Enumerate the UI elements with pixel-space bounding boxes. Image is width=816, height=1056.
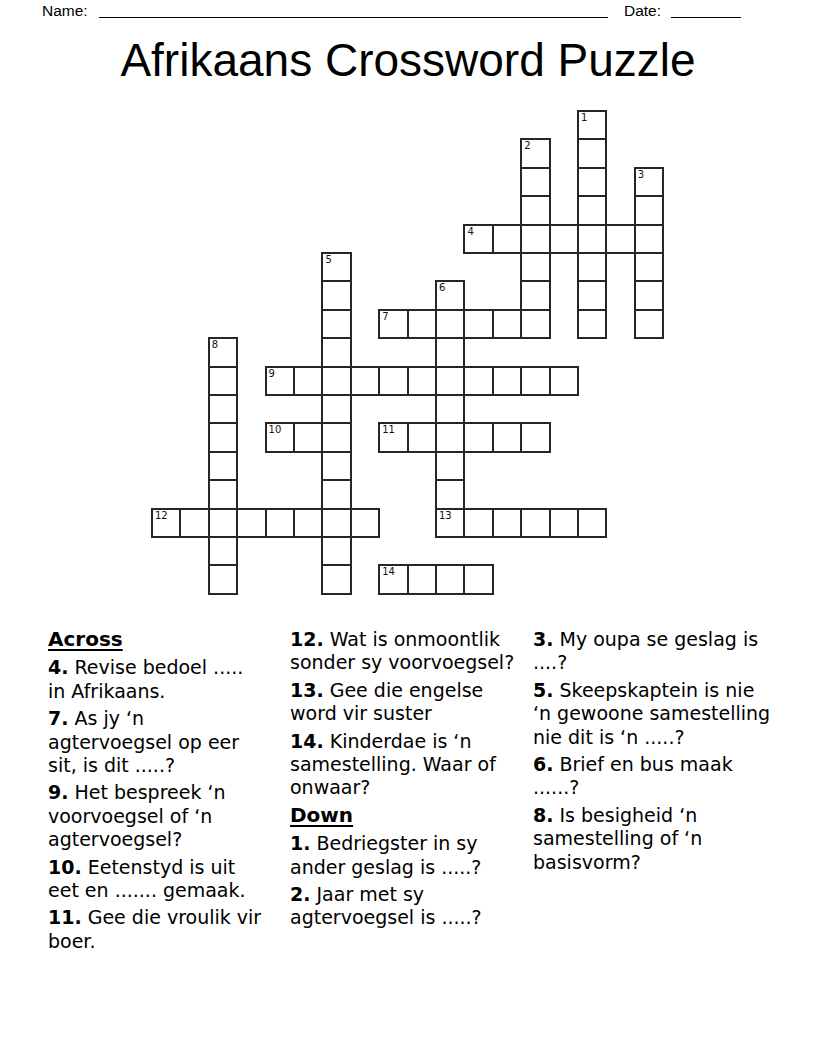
grid-cell[interactable]: [321, 280, 351, 310]
grid-cell[interactable]: 14: [378, 564, 408, 594]
grid-cell[interactable]: [208, 451, 238, 481]
grid-cell[interactable]: [492, 224, 522, 254]
clue-across-13: 13. Gee die engelse word vir suster: [290, 679, 522, 726]
grid-cell[interactable]: [520, 508, 550, 538]
grid-cell[interactable]: [492, 508, 522, 538]
clue-number: 11: [382, 424, 395, 435]
grid-cell[interactable]: [321, 337, 351, 367]
clue-number: 9: [269, 368, 275, 379]
grid-cell[interactable]: [549, 224, 579, 254]
clue-number-label: 6.: [533, 753, 553, 775]
clue-number-label: 1.: [290, 832, 310, 854]
page-title: Afrikaans Crossword Puzzle: [0, 33, 816, 87]
clue-number-label: 8.: [533, 804, 553, 826]
across-heading: Across: [48, 628, 264, 651]
grid-cell[interactable]: [520, 309, 550, 339]
grid-cell[interactable]: [634, 309, 664, 339]
clue-number: 13: [439, 510, 452, 521]
grid-cell[interactable]: [492, 366, 522, 396]
grid-cell[interactable]: 5: [321, 252, 351, 282]
clue-number-label: 7.: [48, 707, 68, 729]
clue-across-14: 14. Kinderdae is ‘n samestelling. Waar o…: [290, 730, 522, 800]
grid-cell[interactable]: [577, 224, 607, 254]
clue-number-label: 11.: [48, 906, 82, 928]
grid-cell[interactable]: [463, 309, 493, 339]
clue-down-1: 1. Bedriegster in sy ander geslag is ...…: [290, 832, 522, 879]
grid-cell[interactable]: [634, 195, 664, 225]
grid-cell[interactable]: [435, 366, 465, 396]
clue-across-4: 4. Revise bedoel ..... in Afrikaans.: [48, 656, 264, 703]
grid-cell[interactable]: [208, 394, 238, 424]
grid-cell[interactable]: [463, 564, 493, 594]
grid-cell[interactable]: [520, 280, 550, 310]
grid-cell[interactable]: 11: [378, 422, 408, 452]
grid-cell[interactable]: [208, 564, 238, 594]
clue-number: 8: [212, 339, 218, 350]
grid-cell[interactable]: [577, 508, 607, 538]
grid-cell[interactable]: [208, 422, 238, 452]
grid-cell[interactable]: [208, 366, 238, 396]
grid-cell[interactable]: [378, 366, 408, 396]
grid-cell[interactable]: [520, 167, 550, 197]
grid-cell[interactable]: [407, 422, 437, 452]
date-writein-line[interactable]: [671, 1, 741, 18]
clue-number: 5: [325, 254, 331, 265]
grid-cell[interactable]: [179, 508, 209, 538]
clue-number-label: 10.: [48, 856, 82, 878]
clue-down-2: 2. Jaar met sy agtervoegsel is .....?: [290, 883, 522, 930]
grid-cell[interactable]: [321, 394, 351, 424]
grid-cell[interactable]: [520, 224, 550, 254]
grid-cell[interactable]: [492, 422, 522, 452]
grid-cell[interactable]: [577, 167, 607, 197]
grid-cell[interactable]: [605, 224, 635, 254]
grid-cell[interactable]: [350, 366, 380, 396]
clue-across-7: 7. As jy ‘n agtervoegsel op eer sit, is …: [48, 707, 264, 777]
grid-cell[interactable]: [549, 366, 579, 396]
clue-number: 1: [581, 112, 587, 123]
grid-cell[interactable]: 9: [265, 366, 295, 396]
clue-number: 10: [269, 424, 282, 435]
grid-cell[interactable]: [520, 366, 550, 396]
date-label: Date:: [624, 2, 661, 20]
clue-number: 6: [439, 282, 445, 293]
grid-cell[interactable]: [520, 252, 550, 282]
grid-cell[interactable]: [293, 422, 323, 452]
grid-cell[interactable]: 6: [435, 280, 465, 310]
grid-cell[interactable]: [350, 508, 380, 538]
clue-number-label: 5.: [533, 679, 553, 701]
clue-across-10: 10. Eetenstyd is uit eet en ....... gema…: [48, 856, 264, 903]
grid-cell[interactable]: [321, 564, 351, 594]
down-heading: Down: [290, 804, 522, 827]
grid-cell[interactable]: [321, 479, 351, 509]
grid-cell[interactable]: [492, 309, 522, 339]
grid-cell[interactable]: [321, 508, 351, 538]
grid-cell[interactable]: [265, 508, 295, 538]
grid-cell[interactable]: [463, 422, 493, 452]
grid-cell[interactable]: [520, 422, 550, 452]
grid-cell[interactable]: 4: [463, 224, 493, 254]
name-writein-line[interactable]: [99, 1, 608, 18]
grid-cell[interactable]: [435, 394, 465, 424]
clue-number-label: 12.: [290, 628, 324, 650]
grid-cell[interactable]: [577, 309, 607, 339]
grid-cell[interactable]: [435, 451, 465, 481]
grid-cell[interactable]: [435, 479, 465, 509]
grid-cell[interactable]: [321, 366, 351, 396]
clue-across-12: 12. Wat is onmoontlik sonder sy voorvoeg…: [290, 628, 522, 675]
grid-cell[interactable]: [577, 195, 607, 225]
grid-cell[interactable]: [208, 508, 238, 538]
grid-cell[interactable]: [463, 366, 493, 396]
grid-cell[interactable]: [634, 224, 664, 254]
grid-cell[interactable]: [208, 479, 238, 509]
clue-across-9: 9. Het bespreek ‘n voorvoegsel of ‘n agt…: [48, 781, 264, 851]
grid-cell[interactable]: 8: [208, 337, 238, 367]
clue-down-5: 5. Skeepskaptein is nie ‘n gewoone sames…: [533, 679, 771, 749]
grid-cell[interactable]: [407, 366, 437, 396]
grid-cell[interactable]: [293, 508, 323, 538]
clue-across-11: 11. Gee die vroulik vir boer.: [48, 906, 264, 953]
grid-cell[interactable]: 7: [378, 309, 408, 339]
clue-number: 3: [638, 169, 644, 180]
grid-cell[interactable]: [293, 366, 323, 396]
clue-number-label: 3.: [533, 628, 553, 650]
grid-cell[interactable]: [634, 252, 664, 282]
crossword-grid: 1234567891011121314: [152, 111, 664, 595]
clue-number-label: 4.: [48, 656, 68, 678]
grid-cell[interactable]: [435, 309, 465, 339]
grid-cell[interactable]: [407, 309, 437, 339]
grid-cell[interactable]: 3: [634, 167, 664, 197]
clue-number-label: 2.: [290, 883, 310, 905]
clue-column-left: Across4. Revise bedoel ..... in Afrikaan…: [48, 628, 264, 957]
grid-cell[interactable]: 10: [265, 422, 295, 452]
grid-cell[interactable]: [321, 451, 351, 481]
clue-number-label: 13.: [290, 679, 324, 701]
clue-number-label: 9.: [48, 781, 68, 803]
grid-cell[interactable]: [435, 422, 465, 452]
name-label: Name:: [42, 2, 88, 20]
grid-cell[interactable]: 13: [435, 508, 465, 538]
grid-cell[interactable]: [208, 536, 238, 566]
worksheet-page: Name: Date: Afrikaans Crossword Puzzle 1…: [0, 0, 816, 1056]
clue-number-label: 14.: [290, 730, 324, 752]
clue-number: 12: [155, 510, 168, 521]
grid-cell[interactable]: [321, 309, 351, 339]
clue-number: 7: [382, 311, 388, 322]
grid-cell[interactable]: [435, 564, 465, 594]
grid-cell[interactable]: 2: [520, 138, 550, 168]
grid-cell[interactable]: [577, 138, 607, 168]
grid-cell[interactable]: [549, 508, 579, 538]
grid-cell[interactable]: 12: [151, 508, 181, 538]
grid-cell[interactable]: [577, 252, 607, 282]
clue-column-middle: 12. Wat is onmoontlik sonder sy voorvoeg…: [290, 628, 522, 934]
clue-column-right: 3. My oupa se geslag is ....?5. Skeepska…: [533, 628, 771, 878]
grid-cell[interactable]: [520, 195, 550, 225]
clue-down-6: 6. Brief en bus maak ......?: [533, 753, 771, 800]
grid-cell[interactable]: [321, 422, 351, 452]
grid-cell[interactable]: [435, 337, 465, 367]
grid-cell[interactable]: 1: [577, 110, 607, 140]
grid-cell[interactable]: [463, 508, 493, 538]
clue-down-3: 3. My oupa se geslag is ....?: [533, 628, 771, 675]
clue-down-8: 8. Is besigheid ‘n samestelling of ‘n ba…: [533, 804, 771, 874]
grid-cell[interactable]: [236, 508, 266, 538]
grid-cell[interactable]: [407, 564, 437, 594]
clue-number: 4: [467, 226, 473, 237]
grid-cell[interactable]: [321, 536, 351, 566]
clue-number: 14: [382, 566, 395, 577]
grid-cell[interactable]: [577, 280, 607, 310]
grid-cell[interactable]: [634, 280, 664, 310]
clue-number: 2: [524, 140, 530, 151]
